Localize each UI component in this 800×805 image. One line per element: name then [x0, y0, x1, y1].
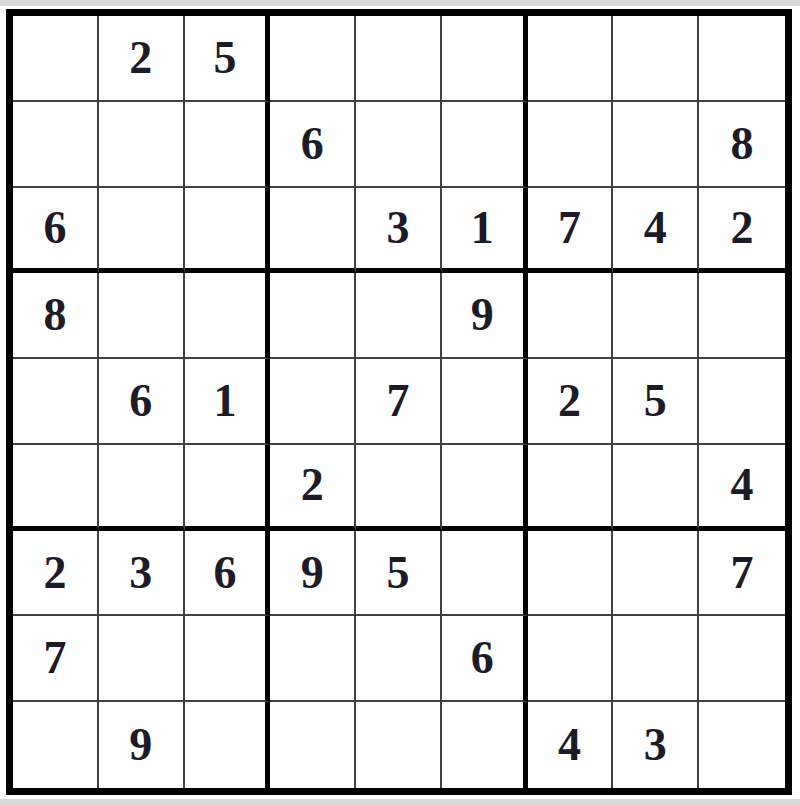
cell-r7c1: 2 [13, 531, 99, 617]
given-digit: 6 [471, 635, 494, 681]
cell-r3c3[interactable] [185, 188, 271, 274]
cell-r4c9[interactable] [699, 273, 785, 359]
cell-r7c4: 9 [270, 531, 356, 617]
cell-r6c7[interactable] [528, 445, 614, 531]
cell-r1c1[interactable] [13, 16, 99, 102]
cell-r3c4[interactable] [270, 188, 356, 274]
cell-r6c2[interactable] [99, 445, 185, 531]
given-digit: 7 [558, 205, 581, 251]
cell-r4c5[interactable] [356, 273, 442, 359]
given-digit: 6 [43, 205, 66, 251]
cell-r9c8: 3 [613, 702, 699, 788]
cell-r8c8[interactable] [613, 616, 699, 702]
cell-r9c6[interactable] [442, 702, 528, 788]
cell-r1c4[interactable] [270, 16, 356, 102]
cell-r3c6: 1 [442, 188, 528, 274]
given-digit: 6 [129, 378, 152, 424]
given-digit: 3 [129, 550, 152, 596]
given-digit: 9 [471, 292, 494, 338]
cell-r2c5[interactable] [356, 102, 442, 188]
given-digit: 3 [644, 722, 667, 768]
cell-r8c9[interactable] [699, 616, 785, 702]
cell-r4c7[interactable] [528, 273, 614, 359]
cell-r7c6[interactable] [442, 531, 528, 617]
cell-r1c2: 2 [99, 16, 185, 102]
cell-r3c1: 6 [13, 188, 99, 274]
cell-r2c2[interactable] [99, 102, 185, 188]
given-digit: 6 [301, 121, 324, 167]
page: 256863174289617252423695776943 [0, 0, 800, 805]
page-edge-bottom [0, 799, 800, 805]
cell-r9c9[interactable] [699, 702, 785, 788]
cell-r5c3: 1 [185, 359, 271, 445]
cell-r7c9: 7 [699, 531, 785, 617]
cell-r6c9: 4 [699, 445, 785, 531]
cell-r2c7[interactable] [528, 102, 614, 188]
cell-r3c8: 4 [613, 188, 699, 274]
cell-r2c3[interactable] [185, 102, 271, 188]
cell-r8c3[interactable] [185, 616, 271, 702]
cell-r3c5: 3 [356, 188, 442, 274]
cell-r4c3[interactable] [185, 273, 271, 359]
cell-r5c4[interactable] [270, 359, 356, 445]
given-digit: 2 [129, 35, 152, 81]
cell-r5c5: 7 [356, 359, 442, 445]
cell-r9c2: 9 [99, 702, 185, 788]
given-digit: 1 [471, 205, 494, 251]
cell-r4c4[interactable] [270, 273, 356, 359]
cell-r5c9[interactable] [699, 359, 785, 445]
cell-r5c2: 6 [99, 359, 185, 445]
cell-r1c6[interactable] [442, 16, 528, 102]
given-digit: 8 [731, 121, 754, 167]
cell-r6c6[interactable] [442, 445, 528, 531]
given-digit: 1 [213, 378, 236, 424]
cell-r8c7[interactable] [528, 616, 614, 702]
cell-r8c4[interactable] [270, 616, 356, 702]
cell-r2c6[interactable] [442, 102, 528, 188]
given-digit: 9 [301, 550, 324, 596]
cell-r8c2[interactable] [99, 616, 185, 702]
cell-r9c1[interactable] [13, 702, 99, 788]
cell-r8c1: 7 [13, 616, 99, 702]
cell-r8c6: 6 [442, 616, 528, 702]
given-digit: 3 [386, 205, 409, 251]
cell-r6c8[interactable] [613, 445, 699, 531]
sudoku-board: 256863174289617252423695776943 [6, 9, 792, 795]
cell-r2c8[interactable] [613, 102, 699, 188]
given-digit: 9 [129, 722, 152, 768]
given-digit: 2 [558, 378, 581, 424]
cell-r5c1[interactable] [13, 359, 99, 445]
cell-r1c9[interactable] [699, 16, 785, 102]
cell-r1c8[interactable] [613, 16, 699, 102]
cell-r2c4: 6 [270, 102, 356, 188]
given-digit: 5 [213, 35, 236, 81]
cell-r2c9: 8 [699, 102, 785, 188]
cell-r4c8[interactable] [613, 273, 699, 359]
given-digit: 4 [644, 205, 667, 251]
cell-r5c6[interactable] [442, 359, 528, 445]
given-digit: 4 [558, 722, 581, 768]
given-digit: 2 [301, 462, 324, 508]
cell-r9c7: 4 [528, 702, 614, 788]
cell-r9c3[interactable] [185, 702, 271, 788]
cell-r9c4[interactable] [270, 702, 356, 788]
given-digit: 6 [213, 550, 236, 596]
cell-r3c9: 2 [699, 188, 785, 274]
given-digit: 7 [386, 378, 409, 424]
cell-r7c8[interactable] [613, 531, 699, 617]
cell-r6c5[interactable] [356, 445, 442, 531]
cell-r6c1[interactable] [13, 445, 99, 531]
cell-r9c5[interactable] [356, 702, 442, 788]
given-digit: 5 [386, 550, 409, 596]
cell-r7c3: 6 [185, 531, 271, 617]
cell-r6c4: 2 [270, 445, 356, 531]
given-digit: 5 [644, 378, 667, 424]
given-digit: 7 [731, 550, 754, 596]
given-digit: 2 [43, 550, 66, 596]
given-digit: 7 [43, 635, 66, 681]
given-digit: 2 [731, 205, 754, 251]
cell-r4c1: 8 [13, 273, 99, 359]
cell-r3c2[interactable] [99, 188, 185, 274]
cell-r5c7: 2 [528, 359, 614, 445]
given-digit: 4 [731, 462, 754, 508]
cell-r7c7[interactable] [528, 531, 614, 617]
cell-r8c5[interactable] [356, 616, 442, 702]
cell-r5c8: 5 [613, 359, 699, 445]
page-edge-top [0, 0, 800, 6]
cell-r1c5[interactable] [356, 16, 442, 102]
cell-r1c3: 5 [185, 16, 271, 102]
cell-r2c1[interactable] [13, 102, 99, 188]
cell-r6c3[interactable] [185, 445, 271, 531]
cell-r1c7[interactable] [528, 16, 614, 102]
cell-r7c2: 3 [99, 531, 185, 617]
cell-r4c6: 9 [442, 273, 528, 359]
given-digit: 8 [43, 292, 66, 338]
cell-r3c7: 7 [528, 188, 614, 274]
cell-r7c5: 5 [356, 531, 442, 617]
cell-r4c2[interactable] [99, 273, 185, 359]
